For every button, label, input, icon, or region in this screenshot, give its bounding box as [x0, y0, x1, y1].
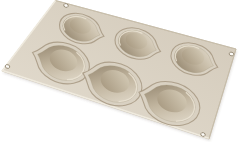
- silicone-mold-image: [0, 0, 240, 142]
- product-photo: [0, 0, 240, 142]
